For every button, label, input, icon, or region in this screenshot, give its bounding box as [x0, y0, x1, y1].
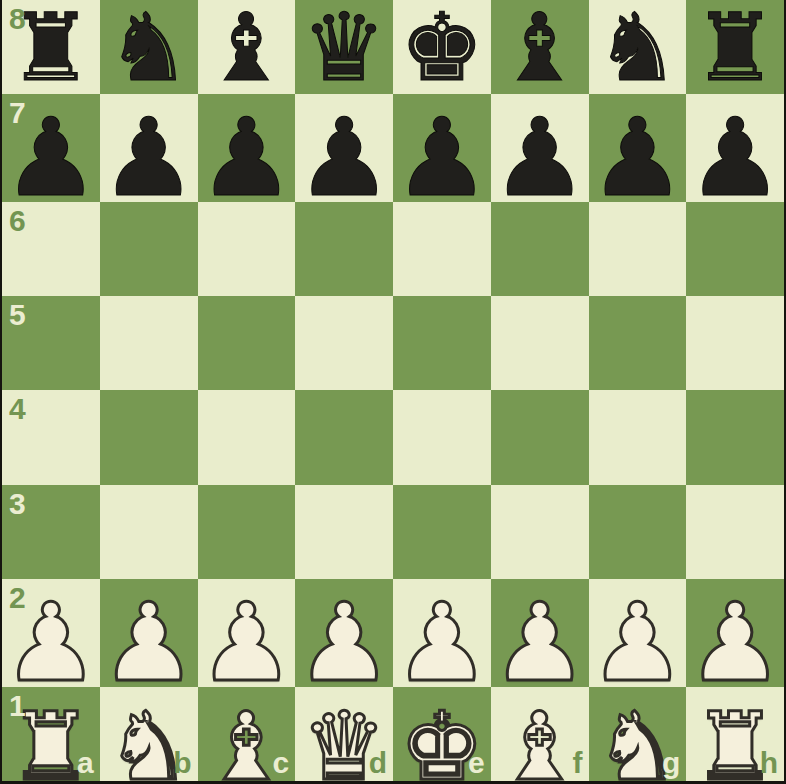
square-c8[interactable]: ♝: [198, 0, 296, 94]
square-f8[interactable]: ♝: [491, 0, 589, 94]
square-e7[interactable]: ♟: [393, 94, 491, 202]
square-c4[interactable]: [198, 390, 296, 484]
piece-black-rook[interactable]: ♜: [693, 1, 777, 95]
square-e2[interactable]: ♟: [393, 579, 491, 687]
square-g5[interactable]: [589, 296, 687, 390]
square-d7[interactable]: ♟: [295, 94, 393, 202]
piece-black-knight[interactable]: ♞: [106, 1, 190, 95]
square-d2[interactable]: ♟: [295, 579, 393, 687]
square-d4[interactable]: [295, 390, 393, 484]
piece-white-pawn[interactable]: ♟: [491, 589, 588, 697]
square-h8[interactable]: ♜: [686, 0, 784, 94]
square-h5[interactable]: [686, 296, 784, 390]
piece-white-rook[interactable]: ♜: [693, 700, 777, 781]
piece-white-pawn[interactable]: ♟: [198, 589, 295, 697]
piece-white-pawn[interactable]: ♟: [100, 589, 197, 697]
square-b8[interactable]: ♞: [100, 0, 198, 94]
square-g2[interactable]: ♟: [589, 579, 687, 687]
piece-white-knight[interactable]: ♞: [595, 700, 679, 781]
square-h1[interactable]: h♜: [686, 687, 784, 781]
square-d3[interactable]: [295, 485, 393, 579]
piece-black-pawn[interactable]: ♟: [589, 104, 686, 212]
piece-black-pawn[interactable]: ♟: [687, 104, 784, 212]
chess-board: 8♜♞♝♛♚♝♞♜7♟♟♟♟♟♟♟♟65432♟♟♟♟♟♟♟♟1a♜b♞c♝d♛…: [2, 0, 784, 781]
square-f5[interactable]: [491, 296, 589, 390]
square-f1[interactable]: f♝: [491, 687, 589, 781]
square-a4[interactable]: 4: [2, 390, 100, 484]
square-c5[interactable]: [198, 296, 296, 390]
square-d5[interactable]: [295, 296, 393, 390]
piece-black-pawn[interactable]: ♟: [296, 104, 393, 212]
piece-black-pawn[interactable]: ♟: [198, 104, 295, 212]
piece-white-pawn[interactable]: ♟: [687, 589, 784, 697]
square-a2[interactable]: 2♟: [2, 579, 100, 687]
piece-white-rook[interactable]: ♜: [9, 700, 93, 781]
square-f4[interactable]: [491, 390, 589, 484]
piece-black-knight[interactable]: ♞: [595, 1, 679, 95]
square-f2[interactable]: ♟: [491, 579, 589, 687]
piece-black-bishop[interactable]: ♝: [204, 1, 288, 95]
piece-black-queen[interactable]: ♛: [302, 1, 386, 95]
square-b3[interactable]: [100, 485, 198, 579]
square-b2[interactable]: ♟: [100, 579, 198, 687]
rank-label-3: 3: [9, 489, 26, 519]
piece-white-pawn[interactable]: ♟: [296, 589, 393, 697]
piece-black-king[interactable]: ♚: [400, 1, 484, 95]
square-b4[interactable]: [100, 390, 198, 484]
square-a1[interactable]: 1a♜: [2, 687, 100, 781]
square-e8[interactable]: ♚: [393, 0, 491, 94]
board-frame: 8♜♞♝♛♚♝♞♜7♟♟♟♟♟♟♟♟65432♟♟♟♟♟♟♟♟1a♜b♞c♝d♛…: [0, 0, 786, 784]
square-e1[interactable]: e♚: [393, 687, 491, 781]
square-a7[interactable]: 7♟: [2, 94, 100, 202]
square-e5[interactable]: [393, 296, 491, 390]
square-c2[interactable]: ♟: [198, 579, 296, 687]
square-a5[interactable]: 5: [2, 296, 100, 390]
square-a3[interactable]: 3: [2, 485, 100, 579]
square-e4[interactable]: [393, 390, 491, 484]
square-b1[interactable]: b♞: [100, 687, 198, 781]
rank-label-4: 4: [9, 394, 26, 424]
square-g8[interactable]: ♞: [589, 0, 687, 94]
piece-white-king[interactable]: ♚: [400, 700, 484, 781]
square-f7[interactable]: ♟: [491, 94, 589, 202]
square-g1[interactable]: g♞: [589, 687, 687, 781]
square-h4[interactable]: [686, 390, 784, 484]
square-d8[interactable]: ♛: [295, 0, 393, 94]
piece-black-rook[interactable]: ♜: [9, 1, 93, 95]
piece-black-pawn[interactable]: ♟: [393, 104, 490, 212]
square-c3[interactable]: [198, 485, 296, 579]
square-h2[interactable]: ♟: [686, 579, 784, 687]
piece-black-bishop[interactable]: ♝: [497, 1, 581, 95]
piece-white-queen[interactable]: ♛: [302, 700, 386, 781]
piece-white-pawn[interactable]: ♟: [2, 589, 99, 697]
square-e3[interactable]: [393, 485, 491, 579]
square-h7[interactable]: ♟: [686, 94, 784, 202]
square-g7[interactable]: ♟: [589, 94, 687, 202]
piece-black-pawn[interactable]: ♟: [100, 104, 197, 212]
square-b7[interactable]: ♟: [100, 94, 198, 202]
square-d1[interactable]: d♛: [295, 687, 393, 781]
square-f3[interactable]: [491, 485, 589, 579]
piece-white-bishop[interactable]: ♝: [204, 700, 288, 781]
piece-white-bishop[interactable]: ♝: [497, 700, 581, 781]
square-c7[interactable]: ♟: [198, 94, 296, 202]
square-c1[interactable]: c♝: [198, 687, 296, 781]
rank-label-5: 5: [9, 300, 26, 330]
piece-white-pawn[interactable]: ♟: [393, 589, 490, 697]
square-b5[interactable]: [100, 296, 198, 390]
piece-black-pawn[interactable]: ♟: [2, 104, 99, 212]
piece-black-pawn[interactable]: ♟: [491, 104, 588, 212]
square-g4[interactable]: [589, 390, 687, 484]
square-h3[interactable]: [686, 485, 784, 579]
piece-white-pawn[interactable]: ♟: [589, 589, 686, 697]
piece-white-knight[interactable]: ♞: [106, 700, 190, 781]
square-g3[interactable]: [589, 485, 687, 579]
square-a8[interactable]: 8♜: [2, 0, 100, 94]
